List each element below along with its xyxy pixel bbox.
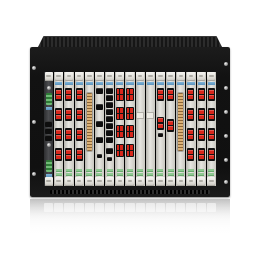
ejector-handle-bottom	[207, 177, 215, 186]
sticker-label	[76, 173, 82, 176]
sticker-label	[157, 169, 163, 172]
fiber-cap	[77, 95, 82, 99]
card-label	[147, 113, 153, 118]
fiber-cap	[127, 145, 130, 150]
fiber-cap	[117, 114, 120, 119]
fiber-cap	[66, 110, 71, 114]
fiber-cap	[130, 126, 133, 131]
fiber-cap	[66, 130, 71, 134]
fiber-cap	[130, 89, 133, 94]
ejector-handle-top	[136, 72, 144, 81]
ejector-handle-bottom	[197, 177, 205, 186]
screw-icon	[224, 134, 228, 138]
fiber-cap	[199, 130, 204, 134]
sticker-label	[56, 173, 62, 176]
fiber-cap	[188, 95, 193, 99]
card-content	[105, 85, 114, 168]
bottom-vent-strip	[50, 190, 210, 194]
rj45-jack	[106, 109, 113, 115]
fiber-cap	[120, 95, 123, 100]
card-slot-11	[146, 72, 155, 186]
sticker-label	[86, 173, 92, 176]
ejector-handle-top	[167, 72, 175, 81]
sticker-label	[198, 169, 204, 172]
fiber-cap	[120, 114, 123, 119]
fiber-cap	[117, 145, 120, 150]
fiber-cap	[168, 90, 173, 94]
card-content	[136, 85, 145, 168]
fiber-cap	[117, 151, 120, 156]
ejector-handle-top	[95, 72, 103, 81]
ejector-handle-bottom	[146, 177, 154, 186]
sticker-label	[107, 169, 113, 172]
fiber-cap	[188, 110, 193, 114]
fiber-port-group	[187, 108, 194, 121]
fiber-port-group	[55, 148, 62, 161]
fiber-cap	[77, 130, 82, 134]
fiber-cap	[199, 115, 204, 119]
card-content	[207, 85, 216, 168]
fiber-cap	[56, 130, 61, 134]
card-content	[85, 85, 94, 168]
card-content	[156, 85, 165, 168]
card-content	[197, 85, 206, 168]
fiber-cap	[56, 90, 61, 94]
screw-icon	[224, 86, 228, 90]
sticker-label	[96, 169, 102, 172]
card-content	[146, 85, 155, 168]
fiber-cap	[66, 135, 71, 139]
rj45-jack	[106, 116, 113, 122]
fiber-cap	[120, 145, 123, 150]
ejector-handle-top	[116, 72, 124, 81]
sticker-label	[66, 173, 72, 176]
screw-icon	[224, 180, 228, 184]
sticker-labels	[137, 169, 143, 176]
fiber-cap	[130, 151, 133, 156]
fiber-port-group	[208, 128, 215, 141]
fiber-port-group	[187, 88, 194, 101]
rj45-jack	[106, 130, 113, 136]
ejector-handle-bottom	[95, 177, 103, 186]
fiber-cap	[117, 89, 120, 94]
fiber-cap	[77, 115, 82, 119]
sticker-labels	[198, 169, 204, 176]
ejector-handle-top	[126, 72, 134, 81]
fiber-port-group	[157, 117, 164, 130]
card-content	[166, 85, 175, 168]
rj45-jack	[106, 102, 113, 108]
screw-icon	[32, 120, 36, 124]
fiber-cap	[168, 126, 173, 130]
fiber-cap	[130, 114, 133, 119]
rj45-jack	[107, 157, 112, 161]
fiber-cap	[158, 118, 163, 122]
ejector-handle-top	[207, 72, 215, 81]
fiber-cap	[188, 150, 193, 154]
sticker-label	[66, 169, 72, 172]
rj45-jack	[106, 148, 113, 154]
card-cage	[44, 72, 216, 186]
fiber-cap	[66, 95, 71, 99]
sticker-label	[168, 173, 174, 176]
ejector-handle-bottom	[65, 177, 73, 186]
sticker-label	[147, 173, 153, 176]
fiber-cap	[199, 95, 204, 99]
fiber-port-group	[76, 88, 83, 101]
sticker-label	[137, 169, 143, 172]
fiber-port-group	[198, 108, 205, 121]
fiber-port-group-dense	[116, 107, 124, 120]
fiber-cap	[120, 89, 123, 94]
sticker-label	[56, 169, 62, 172]
card-content	[54, 85, 63, 168]
rj45-jack	[45, 121, 52, 127]
card-slot-3	[64, 72, 73, 186]
card-slot-10	[136, 72, 145, 186]
sticker-labels	[157, 169, 163, 176]
fiber-port-group	[65, 148, 72, 161]
fiber-cap	[188, 115, 193, 119]
fiber-cap	[188, 90, 193, 94]
fiber-cap	[56, 155, 61, 159]
fiber-cap	[188, 130, 193, 134]
rj45-jack	[106, 95, 113, 101]
card-slot-13	[166, 72, 175, 186]
fiber-port-group	[167, 119, 174, 132]
fiber-cap	[130, 95, 133, 100]
fiber-cap	[56, 110, 61, 114]
fiber-cap	[209, 135, 214, 139]
sticker-labels	[127, 169, 133, 176]
fiber-cap	[209, 130, 214, 134]
screw-icon	[224, 62, 228, 66]
fiber-cap	[66, 90, 71, 94]
fiber-port-group	[208, 88, 215, 101]
card-slot-6	[95, 72, 104, 186]
fiber-port-group	[65, 108, 72, 121]
ejector-handle-top	[45, 72, 53, 81]
card-slot-1	[44, 72, 53, 186]
fiber-port-group	[208, 108, 215, 121]
fiber-cap	[66, 155, 71, 159]
fiber-cap	[127, 89, 130, 94]
rj45-jack	[96, 88, 103, 94]
ejector-handle-bottom	[85, 177, 93, 186]
sticker-label	[127, 169, 133, 172]
sticker-labels	[96, 169, 102, 176]
fiber-cap	[77, 110, 82, 114]
sticker-label	[147, 169, 153, 172]
rj45-jack	[106, 123, 113, 129]
card-content	[115, 85, 124, 168]
screw-icon	[47, 86, 51, 90]
fiber-cap	[130, 132, 133, 137]
fiber-cap	[127, 95, 130, 100]
fiber-port-group	[65, 88, 72, 101]
fiber-cap	[199, 150, 204, 154]
screw-icon	[224, 110, 228, 114]
sticker-labels	[147, 169, 153, 176]
ejector-handle-bottom	[177, 177, 185, 186]
fiber-port-group	[55, 128, 62, 141]
rj45-jack	[158, 133, 163, 137]
backplane-edge-connector	[178, 93, 183, 151]
screw-icon	[32, 172, 36, 176]
card-slot-15	[186, 72, 195, 186]
card-content	[75, 85, 84, 168]
sticker-label	[127, 173, 133, 176]
terminal-block	[46, 160, 52, 172]
sticker-label	[86, 169, 92, 172]
rj45-jack	[97, 154, 102, 158]
ejector-handle-bottom	[156, 177, 164, 186]
fiber-port-group-dense	[126, 144, 134, 157]
sticker-labels	[188, 169, 194, 176]
fiber-cap	[127, 132, 130, 137]
fiber-cap	[120, 108, 123, 113]
floor-reflection	[30, 199, 230, 245]
sticker-labels	[168, 169, 174, 176]
fiber-cap	[56, 135, 61, 139]
ejector-handle-top	[55, 72, 63, 81]
ejector-handle-bottom	[116, 177, 124, 186]
card-slot-5	[85, 72, 94, 186]
fiber-cap	[127, 108, 130, 113]
product-photo	[0, 0, 260, 260]
card-content	[44, 81, 53, 177]
fiber-cap	[117, 108, 120, 113]
fiber-cap	[209, 95, 214, 99]
fiber-cap	[117, 95, 120, 100]
screw-icon	[47, 143, 51, 147]
ejector-handle-bottom	[136, 177, 144, 186]
fiber-cap	[120, 132, 123, 137]
fiber-port-group	[198, 88, 205, 101]
card-label-strip	[46, 107, 52, 110]
sticker-label	[96, 173, 102, 176]
fiber-cap	[130, 108, 133, 113]
fiber-port-group-dense	[126, 125, 134, 138]
sticker-label	[117, 169, 123, 172]
rj45-jack	[96, 121, 103, 127]
fiber-port-group-dense	[116, 88, 124, 101]
rj45-jack	[45, 135, 52, 141]
fiber-port-group	[76, 148, 83, 161]
card-slot-8	[115, 72, 124, 186]
backplane-edge-connector	[87, 93, 92, 151]
fiber-cap	[168, 121, 173, 125]
ejector-handle-top	[65, 72, 73, 81]
fiber-cap	[130, 145, 133, 150]
fiber-port-group-dense	[116, 144, 124, 157]
ejector-handle-bottom	[75, 177, 83, 186]
fiber-port-group	[157, 88, 164, 101]
sticker-label	[208, 173, 214, 176]
sticker-labels	[117, 169, 123, 176]
card-slot-16	[197, 72, 206, 186]
sticker-label	[178, 173, 184, 176]
sticker-label	[76, 169, 82, 172]
fiber-port-group	[55, 88, 62, 101]
fiber-port-group	[167, 88, 174, 101]
card-slot-4	[75, 72, 84, 186]
fiber-port-group	[208, 148, 215, 161]
rj45-jack	[106, 88, 113, 94]
fiber-cap	[117, 126, 120, 131]
fiber-cap	[209, 90, 214, 94]
fiber-cap	[209, 115, 214, 119]
fiber-cap	[66, 150, 71, 154]
chassis-front	[30, 47, 230, 197]
fiber-port-group-dense	[116, 125, 124, 138]
card-slot-2	[54, 72, 63, 186]
sticker-labels	[178, 169, 184, 176]
ejector-handle-bottom	[45, 177, 53, 186]
fiber-cap	[56, 150, 61, 154]
sticker-label	[178, 169, 184, 172]
card-content	[176, 85, 185, 168]
fiber-cap	[199, 155, 204, 159]
card-slot-17	[207, 72, 216, 186]
sticker-label	[137, 173, 143, 176]
card-slot-12	[156, 72, 165, 186]
fiber-cap	[120, 151, 123, 156]
ejector-handle-top	[146, 72, 154, 81]
card-content	[186, 85, 195, 168]
ejector-handle-top	[156, 72, 164, 81]
fiber-port-group	[187, 128, 194, 141]
fiber-port-group	[187, 148, 194, 161]
sticker-label	[157, 173, 163, 176]
rj45-jack	[106, 137, 113, 143]
fiber-port-group	[198, 128, 205, 141]
card-slot-9	[125, 72, 134, 186]
fiber-cap	[199, 135, 204, 139]
ejector-handle-top	[187, 72, 195, 81]
ejector-handle-bottom	[55, 177, 63, 186]
fiber-cap	[127, 151, 130, 156]
sticker-labels	[208, 169, 214, 176]
sticker-label	[107, 173, 113, 176]
sticker-labels	[76, 169, 82, 176]
ejector-handle-top	[106, 72, 114, 81]
rj45-jack	[96, 104, 103, 110]
sticker-labels	[86, 169, 92, 176]
sticker-label	[208, 169, 214, 172]
ejector-handle-bottom	[167, 177, 175, 186]
ejector-handle-top	[177, 72, 185, 81]
card-content	[64, 85, 73, 168]
card-content	[95, 85, 104, 168]
rj45-jack	[96, 137, 103, 143]
fiber-cap	[168, 95, 173, 99]
sticker-label	[188, 169, 194, 172]
fiber-cap	[209, 150, 214, 154]
fiber-cap	[56, 95, 61, 99]
fiber-port-group	[65, 128, 72, 141]
fiber-cap	[158, 95, 163, 99]
fiber-cap	[188, 135, 193, 139]
fiber-cap	[56, 115, 61, 119]
fiber-cap	[66, 115, 71, 119]
sticker-labels	[66, 169, 72, 176]
screw-icon	[224, 158, 228, 162]
fiber-port-group-dense	[126, 107, 134, 120]
card-slot-7	[105, 72, 114, 186]
ejector-handle-bottom	[106, 177, 114, 186]
fiber-port-group	[76, 128, 83, 141]
card-content	[125, 85, 134, 168]
ejector-handle-top	[75, 72, 83, 81]
ejector-handle-bottom	[126, 177, 134, 186]
fiber-cap	[127, 126, 130, 131]
ejector-handle-bottom	[187, 177, 195, 186]
reflection-fade	[30, 199, 230, 245]
fiber-cap	[209, 110, 214, 114]
card-slot-14	[176, 72, 185, 186]
sticker-label	[168, 169, 174, 172]
fiber-cap	[199, 90, 204, 94]
fiber-cap	[127, 114, 130, 119]
screw-icon	[32, 66, 36, 70]
fiber-cap	[199, 110, 204, 114]
fiber-cap	[117, 132, 120, 137]
fiber-cap	[120, 126, 123, 131]
fiber-cap	[77, 150, 82, 154]
card-label	[137, 113, 143, 118]
fiber-cap	[188, 155, 193, 159]
fiber-cap	[77, 155, 82, 159]
fiber-cap	[158, 124, 163, 128]
sticker-label	[117, 173, 123, 176]
terminal-block	[46, 93, 52, 105]
fiber-cap	[158, 90, 163, 94]
fiber-port-group	[198, 148, 205, 161]
sticker-label	[188, 173, 194, 176]
ejector-handle-top	[197, 72, 205, 81]
sticker-labels	[107, 169, 113, 176]
fiber-cap	[77, 135, 82, 139]
fiber-port-group	[76, 108, 83, 121]
sticker-label	[198, 173, 204, 176]
sticker-labels	[56, 169, 62, 176]
fiber-port-group-dense	[126, 88, 134, 101]
fiber-cap	[77, 90, 82, 94]
fiber-cap	[209, 155, 214, 159]
fiber-port-group	[55, 108, 62, 121]
rj45-jack	[45, 128, 52, 134]
ejector-handle-top	[85, 72, 93, 81]
